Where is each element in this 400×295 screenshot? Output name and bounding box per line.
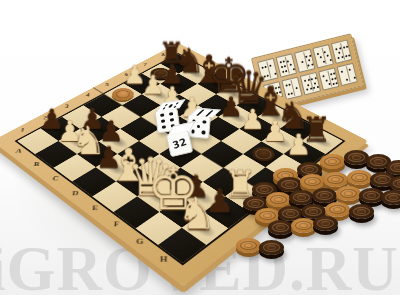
pip [346, 45, 348, 47]
pip [348, 54, 350, 56]
pip [162, 107, 166, 110]
file-label-C: C [52, 175, 59, 181]
pip [314, 82, 316, 84]
pip [322, 75, 324, 77]
pip [313, 87, 315, 89]
dark-checker-piece [259, 240, 284, 255]
light-checker-piece [266, 192, 291, 207]
light-checker-piece [291, 218, 316, 233]
pip [342, 46, 344, 48]
pip [325, 79, 327, 81]
pip [332, 83, 334, 85]
file-label-B: B [33, 161, 40, 167]
domino-tile [312, 44, 333, 68]
light-checker-piece [300, 174, 325, 189]
pip [196, 113, 200, 115]
pip [205, 114, 209, 116]
pip [175, 102, 179, 105]
pip [161, 119, 165, 123]
light-knight: ♞ [160, 193, 234, 235]
pip [335, 48, 337, 50]
pip [317, 52, 319, 54]
file-label-H: H [160, 255, 167, 263]
pip [333, 72, 335, 74]
domino-tile [331, 39, 352, 63]
pip [330, 73, 332, 75]
light-checker-piece [336, 186, 361, 201]
pip [191, 129, 195, 133]
light-checker-piece [236, 238, 261, 253]
file-label-G: G [136, 238, 144, 246]
file-label-A: A [15, 148, 22, 154]
pip [331, 78, 333, 80]
light-checker-piece [323, 172, 348, 187]
dark-checker-piece [289, 190, 314, 205]
pip [160, 113, 164, 117]
pip [170, 118, 174, 122]
pip [348, 69, 350, 71]
file-label-F: F [114, 221, 120, 228]
dark-checker-piece [312, 188, 337, 203]
pip [162, 125, 166, 129]
file-label-D: D [72, 190, 79, 197]
pip [338, 52, 340, 54]
dark-checker-piece [313, 216, 338, 231]
light-checker-piece [325, 202, 350, 217]
pip [197, 125, 201, 129]
dark-checker-piece [349, 204, 374, 219]
pip [341, 71, 343, 73]
pip [173, 106, 177, 109]
pip [337, 57, 339, 59]
file-label-E: E [92, 205, 99, 212]
pip [201, 130, 205, 134]
domino-tile [336, 62, 357, 86]
dark-checker-piece [389, 176, 400, 191]
pip [330, 59, 332, 61]
pip [334, 77, 336, 79]
pip [324, 51, 326, 53]
pip [165, 103, 169, 106]
rank-label-4: 4 [85, 93, 89, 98]
light-pawn: ♟ [265, 132, 331, 159]
pip [345, 55, 347, 57]
dark-checker-piece [381, 190, 400, 205]
pip [354, 77, 356, 79]
pip [317, 86, 319, 88]
pip [169, 105, 173, 108]
chess-board-grid: ♜♞♝♚♛♝♞♜♟♟♟♟♟♟♟♟♟♜♟♟♟♟♟♟♞♟♝♛♚♞ [15, 53, 346, 266]
dark-checker-piece [268, 220, 293, 235]
pip [319, 56, 321, 58]
light-checker-piece [347, 170, 372, 185]
pip [327, 55, 329, 57]
domino-tile [318, 67, 339, 91]
pip [169, 112, 173, 116]
pip [335, 82, 337, 84]
pip [315, 77, 317, 79]
light-checker-piece [320, 154, 345, 169]
pip [202, 120, 206, 124]
